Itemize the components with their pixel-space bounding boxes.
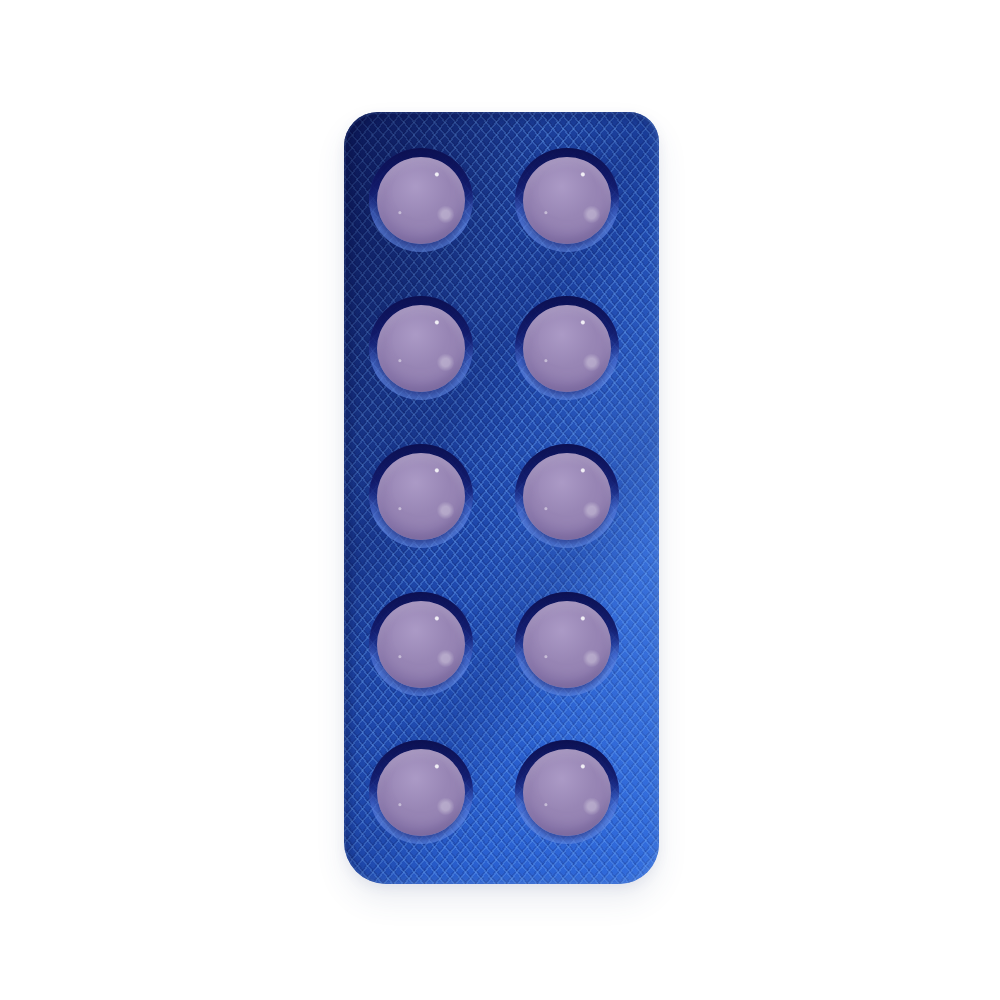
tablet-pill (523, 453, 611, 540)
tablet-pill (523, 601, 611, 688)
tablet-pill (377, 305, 465, 392)
tablet-pill (377, 749, 465, 836)
tablet-pill (523, 157, 611, 244)
tablet-pill (377, 453, 465, 540)
blister-pack (344, 112, 659, 884)
tablet-pill (523, 305, 611, 392)
tablet-pill (377, 601, 465, 688)
tablet-pill (377, 157, 465, 244)
photo-canvas (0, 0, 1000, 1000)
tablet-pill (523, 749, 611, 836)
